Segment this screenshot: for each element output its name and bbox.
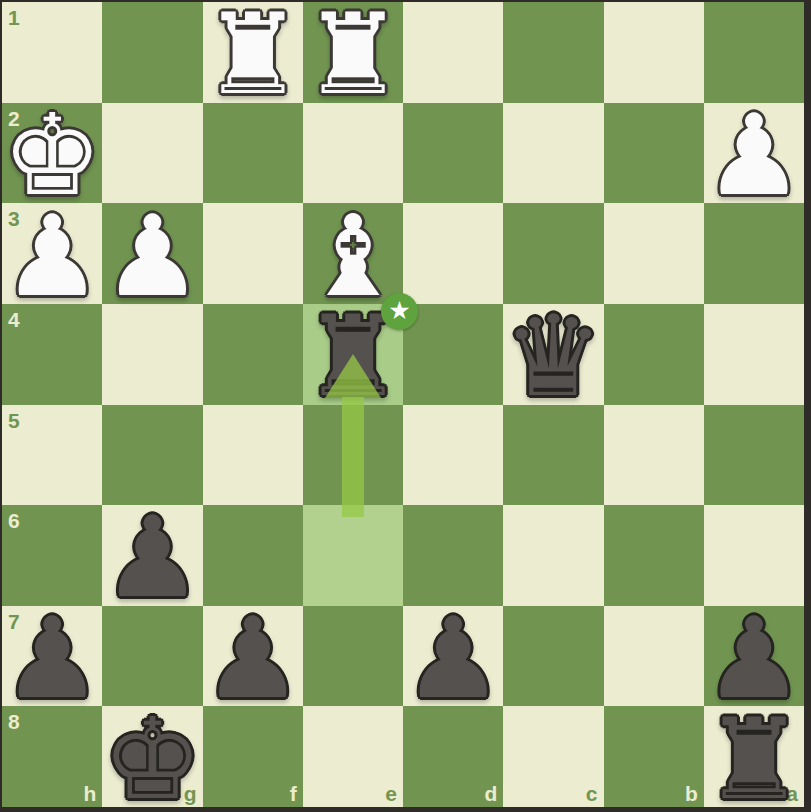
piece-black-queen[interactable]: ♛ bbox=[503, 306, 603, 407]
square-d5[interactable] bbox=[403, 405, 503, 506]
square-e4[interactable]: ♜ bbox=[303, 304, 403, 405]
square-g6[interactable]: ♟ bbox=[102, 505, 202, 606]
file-label-d: d bbox=[484, 783, 497, 804]
square-h2[interactable]: 2♚ bbox=[2, 103, 102, 204]
rank-label-5: 5 bbox=[8, 410, 20, 431]
square-h7[interactable]: 7♟ bbox=[2, 606, 102, 707]
square-e1[interactable]: ♜ bbox=[303, 2, 403, 103]
square-h3[interactable]: 3♟ bbox=[2, 203, 102, 304]
square-c4[interactable]: ♛ bbox=[503, 304, 603, 405]
piece-white-pawn[interactable]: ♟ bbox=[704, 105, 804, 206]
square-e8[interactable]: e bbox=[303, 706, 403, 807]
square-f4[interactable] bbox=[203, 304, 303, 405]
square-d6[interactable] bbox=[403, 505, 503, 606]
square-c8[interactable]: c bbox=[503, 706, 603, 807]
piece-white-pawn[interactable]: ♟ bbox=[2, 205, 102, 306]
piece-white-pawn[interactable]: ♟ bbox=[102, 205, 202, 306]
piece-black-pawn[interactable]: ♟ bbox=[203, 608, 303, 709]
square-c7[interactable] bbox=[503, 606, 603, 707]
square-b4[interactable] bbox=[604, 304, 704, 405]
square-a1[interactable] bbox=[704, 2, 804, 103]
square-a6[interactable] bbox=[704, 505, 804, 606]
square-f6[interactable] bbox=[203, 505, 303, 606]
piece-black-pawn[interactable]: ♟ bbox=[2, 608, 102, 709]
square-b7[interactable] bbox=[604, 606, 704, 707]
chess-board: 1♜♜2♚♟3♟♟♝4♜♛56♟7♟♟♟♟8hg♚fedcba♜★ bbox=[2, 2, 804, 807]
file-label-b: b bbox=[685, 783, 698, 804]
square-c1[interactable] bbox=[503, 2, 603, 103]
square-e6[interactable] bbox=[303, 505, 403, 606]
file-label-f: f bbox=[290, 783, 297, 804]
square-a7[interactable]: ♟ bbox=[704, 606, 804, 707]
square-d4[interactable] bbox=[403, 304, 503, 405]
square-g2[interactable] bbox=[102, 103, 202, 204]
square-b1[interactable] bbox=[604, 2, 704, 103]
piece-black-pawn[interactable]: ♟ bbox=[403, 608, 503, 709]
square-h1[interactable]: 1 bbox=[2, 2, 102, 103]
square-d2[interactable] bbox=[403, 103, 503, 204]
square-b8[interactable]: b bbox=[604, 706, 704, 807]
file-label-h: h bbox=[83, 783, 96, 804]
square-d1[interactable] bbox=[403, 2, 503, 103]
piece-black-king[interactable]: ♚ bbox=[102, 708, 202, 809]
square-f5[interactable] bbox=[203, 405, 303, 506]
square-g1[interactable] bbox=[102, 2, 202, 103]
square-d3[interactable] bbox=[403, 203, 503, 304]
square-a5[interactable] bbox=[704, 405, 804, 506]
square-b5[interactable] bbox=[604, 405, 704, 506]
board-frame: 1♜♜2♚♟3♟♟♝4♜♛56♟7♟♟♟♟8hg♚fedcba♜★ bbox=[0, 0, 811, 812]
square-b3[interactable] bbox=[604, 203, 704, 304]
square-b6[interactable] bbox=[604, 505, 704, 606]
square-c3[interactable] bbox=[503, 203, 603, 304]
square-g5[interactable] bbox=[102, 405, 202, 506]
square-f1[interactable]: ♜ bbox=[203, 2, 303, 103]
square-f7[interactable]: ♟ bbox=[203, 606, 303, 707]
piece-black-rook[interactable]: ♜ bbox=[303, 306, 403, 407]
square-e3[interactable]: ♝ bbox=[303, 203, 403, 304]
square-e7[interactable] bbox=[303, 606, 403, 707]
square-h5[interactable]: 5 bbox=[2, 405, 102, 506]
file-label-c: c bbox=[586, 783, 598, 804]
square-d7[interactable]: ♟ bbox=[403, 606, 503, 707]
file-label-e: e bbox=[385, 783, 397, 804]
square-a4[interactable] bbox=[704, 304, 804, 405]
rank-label-6: 6 bbox=[8, 510, 20, 531]
square-c2[interactable] bbox=[503, 103, 603, 204]
square-h6[interactable]: 6 bbox=[2, 505, 102, 606]
square-a8[interactable]: a♜ bbox=[704, 706, 804, 807]
square-g8[interactable]: g♚ bbox=[102, 706, 202, 807]
square-a2[interactable]: ♟ bbox=[704, 103, 804, 204]
square-b2[interactable] bbox=[604, 103, 704, 204]
square-g3[interactable]: ♟ bbox=[102, 203, 202, 304]
rank-label-1: 1 bbox=[8, 7, 20, 28]
piece-white-rook[interactable]: ♜ bbox=[203, 4, 303, 105]
square-c6[interactable] bbox=[503, 505, 603, 606]
piece-black-pawn[interactable]: ♟ bbox=[102, 507, 202, 608]
square-f3[interactable] bbox=[203, 203, 303, 304]
piece-white-rook[interactable]: ♜ bbox=[303, 4, 403, 105]
piece-black-rook[interactable]: ♜ bbox=[704, 708, 804, 809]
